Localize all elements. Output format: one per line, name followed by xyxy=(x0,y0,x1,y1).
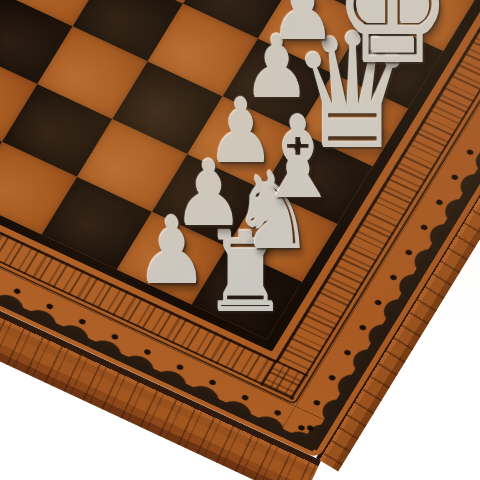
piece-white-king-e1[interactable]: ♚ xyxy=(334,0,452,85)
piece-white-pawn-e2[interactable]: ♟ xyxy=(270,0,336,52)
product-photo-scene: ♜♞♝♛♚♟♟♟♟♟ xyxy=(0,0,480,480)
pieces-layer: ♜♞♝♛♚♟♟♟♟♟ xyxy=(0,0,480,480)
